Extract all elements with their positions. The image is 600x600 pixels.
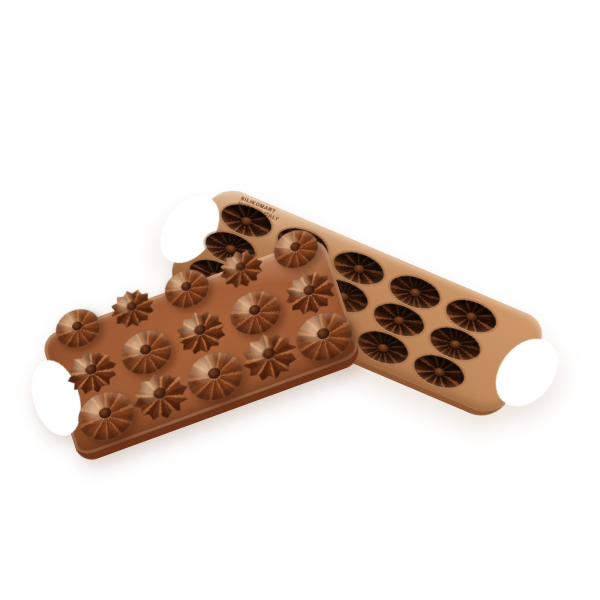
product-photo: SILIKOMART MADE IN ITALY bbox=[0, 0, 600, 600]
tray-back-right-notch bbox=[483, 330, 570, 416]
mold-tray-front bbox=[40, 235, 363, 464]
